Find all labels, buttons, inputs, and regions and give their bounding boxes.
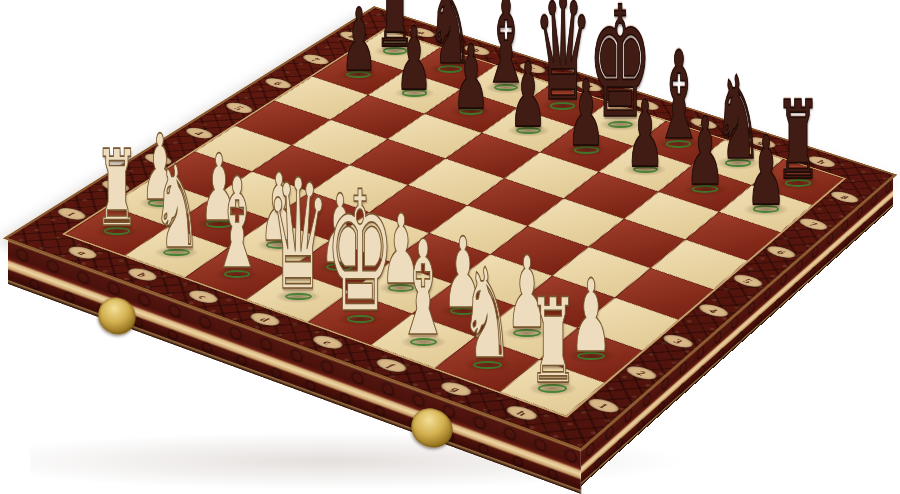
file-label-bottom-h: h <box>501 403 543 424</box>
file-label-bottom-c: c <box>183 287 223 306</box>
file-label-bottom-d: d <box>245 310 286 329</box>
rank-label-right-7: 7 <box>795 216 832 233</box>
board-frame: 88aa77bb66cc55dd44ee33ff22gg11hh <box>8 8 893 448</box>
rank-label-right-8: 8 <box>826 189 862 206</box>
chess-board <box>65 30 843 416</box>
file-label-bottom-g: g <box>435 379 476 399</box>
rank-label-right-2: 2 <box>621 363 661 383</box>
rank-label-right-6: 6 <box>762 243 800 261</box>
file-label-bottom-b: b <box>122 265 162 284</box>
file-label-bottom-a: a <box>62 244 102 262</box>
rank-label-right-4: 4 <box>694 301 733 320</box>
file-label-bottom-f: f <box>371 355 412 375</box>
rank-label-right-1: 1 <box>583 395 624 415</box>
chess-set-photo: 88aa77bb66cc55dd44ee33ff22gg11hh ♜♞♟♝♟♛♟… <box>0 0 900 494</box>
file-label-bottom-e: e <box>307 332 348 352</box>
rank-label-right-5: 5 <box>729 272 767 290</box>
rank-label-right-3: 3 <box>658 332 698 351</box>
